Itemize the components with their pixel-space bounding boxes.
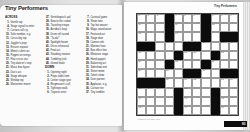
- clue-item: 32.Street mime: [85, 70, 122, 73]
- clue-item: 2.Props table item: [45, 75, 82, 78]
- cell-number: 34: [230, 79, 233, 81]
- cell-number: 4: [175, 15, 176, 17]
- clue-item: 39."Ta-da!": [45, 37, 82, 40]
- cell-number: 42: [221, 98, 224, 100]
- clue-text: Windup toy: [11, 79, 43, 82]
- white-cell: 32: [192, 78, 201, 87]
- clue-item: 28.Hand puppet: [85, 58, 122, 61]
- white-cell: 15: [155, 42, 164, 51]
- white-cell: 4: [174, 14, 183, 23]
- white-cell: [201, 88, 210, 97]
- white-cell: 13: [137, 32, 146, 41]
- clue-text: Trapeze artist: [51, 91, 83, 94]
- clue-item: 7.Curtain-call cry: [5, 29, 42, 32]
- clue-text: Ringmaster's call: [51, 83, 83, 86]
- clue-item: 26.Miniature stage: [85, 53, 122, 56]
- white-cell: [165, 106, 174, 115]
- clue-text: Magic wand wave: [91, 28, 123, 31]
- white-cell: [146, 69, 155, 78]
- white-cell: [155, 106, 164, 115]
- clue-text: Gentle tap: [11, 21, 43, 24]
- clue-text: Sideshow tent: [91, 66, 123, 69]
- clue-item: 7.Carnival game: [85, 16, 122, 19]
- black-cell: [165, 60, 174, 69]
- white-cell: [174, 42, 183, 51]
- cell-number: 37: [157, 88, 160, 90]
- white-cell: 38: [183, 88, 192, 97]
- black-cell: [146, 78, 155, 87]
- white-cell: [155, 60, 164, 69]
- white-cell: 37: [155, 88, 164, 97]
- white-cell: 42: [220, 97, 229, 106]
- white-cell: [165, 51, 174, 60]
- clue-text: Bow to the crowd: [51, 20, 83, 23]
- white-cell: [155, 23, 164, 32]
- clue-item: 25.Windup toy: [5, 79, 42, 82]
- white-cell: [192, 60, 201, 69]
- clue-text: Ventriloquist's pal: [51, 16, 83, 19]
- white-cell: [165, 88, 174, 97]
- white-cell: 28: [165, 69, 174, 78]
- white-cell: 45: [220, 106, 229, 115]
- white-cell: 12: [211, 23, 220, 32]
- white-cell: [229, 97, 238, 106]
- clue-item: 11.Circus big top: [5, 37, 42, 40]
- white-cell: [201, 97, 210, 106]
- black-cell: [201, 32, 210, 41]
- clue-text: Carnival game: [91, 16, 123, 19]
- cell-number: 31: [184, 79, 187, 81]
- clue-text: Marionette mover: [11, 83, 43, 86]
- white-cell: 19: [229, 42, 238, 51]
- black-cell: [155, 78, 164, 87]
- cell-number: 6: [194, 15, 195, 17]
- clue-item: 18.Stage door: [85, 37, 122, 40]
- clue-text: Curtain rise: [91, 87, 123, 90]
- cell-number: 7: [212, 15, 213, 17]
- white-cell: [229, 51, 238, 60]
- clue-text: Center stage spot: [51, 79, 83, 82]
- white-cell: 20: [137, 51, 146, 60]
- cell-number: 12: [212, 24, 215, 26]
- white-cell: [183, 23, 192, 32]
- white-cell: 36: [146, 88, 155, 97]
- white-cell: 9: [229, 14, 238, 23]
- cell-number: 44: [184, 107, 187, 109]
- cell-number: 15: [157, 42, 160, 44]
- clue-item: 26.Marionette mover: [5, 83, 42, 86]
- white-cell: 6: [192, 14, 201, 23]
- cell-number: 21: [184, 52, 187, 54]
- white-cell: 1: [137, 14, 146, 23]
- cell-number: 45: [221, 107, 224, 109]
- clue-text: Mime's silent act: [11, 50, 43, 53]
- white-cell: [146, 23, 155, 32]
- white-cell: 33: [220, 78, 229, 87]
- clue-item: 1.Opening night: [45, 71, 82, 74]
- clue-item: 8.Show tune: [85, 20, 122, 23]
- clue-item: 4.Stage signal to enter: [5, 25, 42, 28]
- white-cell: 41: [183, 97, 192, 106]
- clue-item: 43.Standing ovation: [45, 53, 82, 56]
- white-cell: [146, 60, 155, 69]
- clue-text: Music box figure: [11, 66, 43, 69]
- clue-item: 35.Acrobat's leap: [45, 28, 82, 31]
- clue-text: Juggler's prop: [11, 42, 43, 45]
- down-header: DOWN: [45, 66, 82, 70]
- white-cell: 22: [192, 51, 201, 60]
- clue-item: 38.Drum roll sound: [45, 33, 82, 36]
- white-cell: [155, 51, 164, 60]
- white-cell: [146, 51, 155, 60]
- black-cell: [137, 78, 146, 87]
- clue-item: 24.Stage whisper: [5, 75, 42, 78]
- clue-text: Drum roll sound: [51, 33, 83, 36]
- clue-text: Opening night: [51, 71, 83, 74]
- clue-text: Duet partner: [91, 78, 123, 81]
- clue-text: Stage door: [91, 37, 123, 40]
- white-cell: 34: [229, 78, 238, 87]
- white-cell: [146, 106, 155, 115]
- white-cell: 7: [211, 14, 220, 23]
- clue-item: 27.Ventriloquist's pal: [45, 16, 82, 19]
- clue-item: 34.Duet partner: [85, 78, 122, 81]
- white-cell: [192, 106, 201, 115]
- clue-column-3: 7.Carnival game8.Show tune9.Top hat wear…: [85, 16, 122, 95]
- white-cell: 14: [174, 32, 183, 41]
- cell-number: 18: [221, 42, 224, 44]
- cell-number: 39: [221, 88, 224, 90]
- puzzle-title: Tiny Performers: [5, 5, 48, 11]
- white-cell: [165, 97, 174, 106]
- white-cell: [201, 106, 210, 115]
- white-cell: 26: [211, 60, 220, 69]
- clue-text: Props table item: [51, 75, 83, 78]
- clue-item: 35.Applause, e.g.: [85, 83, 122, 86]
- clue-text: Curtain-call cry: [11, 29, 43, 32]
- cell-number: 8: [221, 15, 222, 17]
- cell-number: 29: [203, 70, 206, 72]
- black-cell: [229, 32, 238, 41]
- white-cell: 16: [165, 42, 174, 51]
- clue-text: Matinee hour: [91, 45, 123, 48]
- white-cell: 8: [220, 14, 229, 23]
- white-cell: 31: [183, 78, 192, 87]
- cell-number: 23: [221, 52, 224, 54]
- white-cell: 39: [220, 88, 229, 97]
- white-cell: [155, 69, 164, 78]
- black-cell: [165, 14, 174, 23]
- black-cell: [229, 69, 238, 78]
- black-cell: [183, 69, 192, 78]
- white-cell: 29: [201, 69, 210, 78]
- clue-text: Encore request: [11, 46, 43, 49]
- page-footer-bar: 83: [224, 121, 247, 127]
- clue-text: "Ta-da!": [51, 37, 83, 40]
- cell-number: 27: [138, 70, 141, 72]
- white-cell: 11: [174, 23, 183, 32]
- clue-text: Duo's act: [11, 71, 43, 74]
- clue-item: 21.Matinee hour: [85, 45, 122, 48]
- white-cell: 24: [137, 60, 146, 69]
- cell-number: 30: [166, 79, 169, 81]
- clue-text: Miniature stage: [91, 53, 123, 56]
- white-cell: [201, 78, 210, 87]
- cell-number: 10: [138, 24, 141, 26]
- black-cell: [183, 42, 192, 51]
- clue-text: Applause, e.g.: [91, 83, 123, 86]
- white-cell: [174, 69, 183, 78]
- answers-note: Answers on page 308: [137, 118, 160, 121]
- cell-number: 13: [138, 33, 141, 35]
- cell-number: 9: [230, 15, 231, 17]
- clue-text: Standing ovation: [51, 53, 83, 56]
- black-cell: [192, 69, 201, 78]
- black-cell: [165, 32, 174, 41]
- clue-text: Show tune: [91, 20, 123, 23]
- cell-number: 11: [175, 24, 177, 26]
- clue-item: 21.Music box figure: [5, 66, 42, 69]
- cell-number: 2: [148, 15, 149, 17]
- black-cell: [211, 106, 220, 115]
- black-cell: [174, 88, 183, 97]
- black-cell: [174, 51, 183, 60]
- black-cell: [211, 97, 220, 106]
- cell-number: 26: [212, 61, 215, 63]
- black-cell: [174, 97, 183, 106]
- clue-item: 29.Bow to the crowd: [45, 20, 82, 23]
- white-cell: [201, 51, 210, 60]
- cell-number: 35: [138, 88, 141, 90]
- clue-item: 31.Sideshow tent: [85, 66, 122, 69]
- white-cell: [229, 23, 238, 32]
- white-cell: [155, 32, 164, 41]
- clue-text: Circus big top: [11, 37, 43, 40]
- white-cell: [229, 88, 238, 97]
- white-cell: 44: [183, 106, 192, 115]
- cell-number: 3: [157, 15, 158, 17]
- page-number: 83: [242, 122, 246, 126]
- white-cell: 10: [137, 23, 146, 32]
- clue-text: Hand puppet: [91, 58, 123, 61]
- cell-number: 38: [184, 88, 187, 90]
- white-cell: 30: [165, 78, 174, 87]
- clue-text: Acrobat's leap: [51, 28, 83, 31]
- white-cell: 35: [137, 88, 146, 97]
- white-cell: [192, 88, 201, 97]
- white-cell: [146, 32, 155, 41]
- book-scan: Tiny Performers ACROSS1.Gentle tap4.Stag…: [0, 0, 250, 132]
- white-cell: 23: [220, 51, 229, 60]
- white-cell: [183, 60, 192, 69]
- clue-item: 37.Tiny tumbler: [85, 91, 122, 94]
- clue-item: 4.Ringmaster's call: [45, 83, 82, 86]
- white-cell: [146, 97, 155, 106]
- white-cell: 5: [183, 14, 192, 23]
- white-cell: [211, 69, 220, 78]
- clue-item: 12.Juggler's prop: [5, 42, 42, 45]
- clue-text: Balancing act: [91, 62, 123, 65]
- black-cell: [220, 32, 229, 41]
- clue-item: 41.Dress rehearsal: [45, 45, 82, 48]
- clue-column-1: ACROSS1.Gentle tap4.Stage signal to ente…: [5, 16, 42, 87]
- across-header: ACROSS: [5, 16, 42, 20]
- white-cell: [192, 23, 201, 32]
- white-cell: 21: [183, 51, 192, 60]
- cell-number: 1: [138, 15, 139, 17]
- clue-item: 17.Featured act: [85, 33, 122, 36]
- black-cell: [174, 106, 183, 115]
- clue-item: 19.Cameo role: [85, 41, 122, 44]
- white-cell: [174, 78, 183, 87]
- clue-text: Featured act: [91, 33, 123, 36]
- white-cell: 17: [201, 42, 210, 51]
- white-cell: [183, 32, 192, 41]
- clue-text: Cameo role: [91, 41, 123, 44]
- cell-number: 22: [194, 52, 197, 54]
- cell-number: 32: [194, 79, 197, 81]
- white-cell: 3: [155, 14, 164, 23]
- cell-number: 14: [175, 33, 178, 35]
- clue-text: Stage signal to enter: [11, 25, 43, 28]
- clue-item: 44.Tumbling trick: [45, 58, 82, 61]
- cell-number: 33: [221, 79, 224, 81]
- black-cell: [165, 23, 174, 32]
- clue-item: 6.Trapeze artist: [45, 91, 82, 94]
- white-cell: [211, 78, 220, 87]
- black-cell: [211, 88, 220, 97]
- cell-number: 17: [203, 42, 206, 44]
- cell-number: 40: [138, 98, 141, 100]
- black-cell: [211, 51, 220, 60]
- black-cell: [201, 60, 210, 69]
- white-cell: 27: [137, 69, 146, 78]
- white-cell: [229, 106, 238, 115]
- clue-text: Street mime: [91, 70, 123, 73]
- clue-item: 16.Magic wand wave: [85, 28, 122, 31]
- cell-number: 36: [148, 88, 151, 90]
- cell-number: 5: [184, 15, 185, 17]
- cell-number: 20: [138, 52, 141, 54]
- white-cell: [192, 97, 201, 106]
- black-cell: [201, 23, 210, 32]
- black-cell: [137, 42, 146, 51]
- clue-text: Spotlight beam: [51, 41, 83, 44]
- clue-item: 14.Mime's silent act: [5, 50, 42, 53]
- white-cell: [229, 60, 238, 69]
- cell-number: 24: [138, 61, 141, 63]
- running-header: Tiny Performers: [150, 4, 237, 8]
- clue-text: Puppet on strings: [11, 54, 43, 57]
- clue-item: 23.Duo's act: [5, 71, 42, 74]
- white-cell: 43: [137, 106, 146, 115]
- page-stack-edge: [243, 2, 250, 130]
- clue-item: 1.Gentle tap: [5, 21, 42, 24]
- black-cell: [146, 42, 155, 51]
- white-cell: [211, 32, 220, 41]
- white-cell: 2: [146, 14, 155, 23]
- clue-column-2: 27.Ventriloquist's pal29.Bow to the crow…: [45, 16, 82, 96]
- clue-text: Tiny tumbler: [91, 91, 123, 94]
- crossword-grid: 1234567891011121314151617181920212223242…: [136, 13, 239, 116]
- white-cell: [220, 60, 229, 69]
- white-cell: 25: [174, 60, 183, 69]
- clue-item: 29.Balancing act: [85, 62, 122, 65]
- cell-number: 43: [138, 107, 141, 109]
- clue-item: 3.Center stage spot: [45, 79, 82, 82]
- white-cell: 40: [137, 97, 146, 106]
- clue-item: 36.Curtain rise: [85, 87, 122, 90]
- clue-item: 40.Spotlight beam: [45, 41, 82, 44]
- cell-number: 16: [166, 42, 169, 44]
- cell-number: 28: [166, 70, 169, 72]
- white-cell: 18: [220, 42, 229, 51]
- cell-number: 41: [184, 98, 187, 100]
- clue-text: Dress rehearsal: [51, 45, 83, 48]
- black-cell: [192, 42, 201, 51]
- white-cell: [211, 42, 220, 51]
- white-cell: [155, 97, 164, 106]
- clue-text: Tumbling trick: [51, 58, 83, 61]
- clue-item: 13.Encore request: [5, 46, 42, 49]
- black-cell: [220, 69, 229, 78]
- cell-number: 19: [230, 42, 233, 44]
- clue-item: 15.Puppet on strings: [5, 54, 42, 57]
- clue-text: Grand finale: [51, 62, 83, 65]
- white-cell: [192, 32, 201, 41]
- black-cell: [201, 14, 210, 23]
- white-cell: [220, 23, 229, 32]
- cell-number: 25: [175, 61, 178, 63]
- clue-text: Stage whisper: [11, 75, 43, 78]
